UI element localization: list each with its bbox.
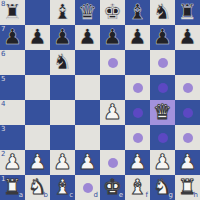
square-c7[interactable]: ♟	[50, 25, 75, 50]
square-f6[interactable]	[125, 50, 150, 75]
move-hint-dot-e6[interactable]	[108, 58, 118, 68]
black-pawn[interactable]: ♟	[100, 25, 125, 50]
square-h1[interactable]: h♜	[175, 175, 200, 200]
black-pawn[interactable]: ♟	[150, 25, 175, 50]
square-b7[interactable]: ♟	[25, 25, 50, 50]
rank-label-6: 6	[1, 51, 5, 58]
square-a5[interactable]: 5	[0, 75, 25, 100]
square-b3[interactable]	[25, 125, 50, 150]
file-label-h: h	[194, 192, 198, 199]
square-f4[interactable]	[125, 100, 150, 125]
move-hint-dot-g6[interactable]	[158, 58, 168, 68]
square-b8[interactable]	[25, 0, 50, 25]
file-label-c: c	[69, 192, 73, 199]
white-pawn[interactable]: ♟	[75, 150, 100, 175]
square-f3[interactable]	[125, 125, 150, 150]
white-queen[interactable]: ♛	[150, 100, 175, 125]
square-g1[interactable]: g♞	[150, 175, 175, 200]
black-pawn[interactable]: ♟	[125, 25, 150, 50]
square-a1[interactable]: 1a♜	[0, 175, 25, 200]
square-c1[interactable]: c♝	[50, 175, 75, 200]
chess-board: 8♜♝♛♚♝♞♜7♟♟♟♟♟♟♟♟6♞54♟♛32♟♟♟♟♟♟♟1a♜b♞c♝d…	[0, 0, 200, 200]
file-label-b: b	[44, 192, 48, 199]
square-e3[interactable]	[100, 125, 125, 150]
square-h5[interactable]	[175, 75, 200, 100]
black-pawn[interactable]: ♟	[50, 25, 75, 50]
square-g6[interactable]	[150, 50, 175, 75]
move-hint-dot-d1[interactable]	[83, 183, 93, 193]
square-d5[interactable]	[75, 75, 100, 100]
square-h2[interactable]: ♟	[175, 150, 200, 175]
file-label-d: d	[94, 192, 98, 199]
rank-label-1: 1	[1, 176, 5, 183]
square-g2[interactable]: ♟	[150, 150, 175, 175]
square-b5[interactable]	[25, 75, 50, 100]
file-label-f: f	[146, 192, 148, 199]
white-pawn[interactable]: ♟	[50, 150, 75, 175]
rank-label-5: 5	[1, 76, 5, 83]
square-e5[interactable]	[100, 75, 125, 100]
rank-label-4: 4	[1, 101, 5, 108]
black-queen[interactable]: ♛	[75, 0, 100, 25]
square-a4[interactable]: 4	[0, 100, 25, 125]
square-d8[interactable]: ♛	[75, 0, 100, 25]
square-e6[interactable]	[100, 50, 125, 75]
square-b4[interactable]	[25, 100, 50, 125]
square-b2[interactable]: ♟	[25, 150, 50, 175]
square-h7[interactable]: ♟	[175, 25, 200, 50]
move-hint-dot-h5[interactable]	[183, 83, 193, 93]
white-pawn[interactable]: ♟	[100, 100, 125, 125]
move-hint-dot-e2[interactable]	[108, 158, 118, 168]
square-e4[interactable]: ♟	[100, 100, 125, 125]
square-c4[interactable]	[50, 100, 75, 125]
square-d2[interactable]: ♟	[75, 150, 100, 175]
square-g8[interactable]: ♞	[150, 0, 175, 25]
square-e2[interactable]	[100, 150, 125, 175]
black-pawn[interactable]: ♟	[25, 25, 50, 50]
square-a3[interactable]: 3	[0, 125, 25, 150]
square-b1[interactable]: b♞	[25, 175, 50, 200]
square-f2[interactable]: ♟	[125, 150, 150, 175]
rank-label-8: 8	[1, 1, 5, 8]
black-pawn[interactable]: ♟	[175, 25, 200, 50]
square-d6[interactable]	[75, 50, 100, 75]
square-e1[interactable]: e♚	[100, 175, 125, 200]
rank-label-2: 2	[1, 151, 5, 158]
square-f8[interactable]: ♝	[125, 0, 150, 25]
square-d1[interactable]: d	[75, 175, 100, 200]
file-label-g: g	[169, 192, 173, 199]
black-pawn[interactable]: ♟	[75, 25, 100, 50]
black-knight[interactable]: ♞	[50, 50, 75, 75]
white-pawn[interactable]: ♟	[175, 150, 200, 175]
square-c6[interactable]: ♞	[50, 50, 75, 75]
move-hint-dot-g3[interactable]	[158, 133, 168, 143]
square-h4[interactable]	[175, 100, 200, 125]
square-g4[interactable]: ♛	[150, 100, 175, 125]
square-g7[interactable]: ♟	[150, 25, 175, 50]
square-a6[interactable]: 6	[0, 50, 25, 75]
move-hint-dot-g5[interactable]	[158, 83, 168, 93]
square-a2[interactable]: 2♟	[0, 150, 25, 175]
square-c5[interactable]	[50, 75, 75, 100]
white-pawn[interactable]: ♟	[150, 150, 175, 175]
move-hint-dot-h3[interactable]	[183, 133, 193, 143]
square-g3[interactable]	[150, 125, 175, 150]
black-bishop[interactable]: ♝	[50, 0, 75, 25]
black-bishop[interactable]: ♝	[125, 0, 150, 25]
file-label-a: a	[19, 192, 23, 199]
square-f7[interactable]: ♟	[125, 25, 150, 50]
black-rook[interactable]: ♜	[175, 0, 200, 25]
move-hint-dot-f3[interactable]	[133, 133, 143, 143]
square-a8[interactable]: 8♜	[0, 0, 25, 25]
square-e8[interactable]: ♚	[100, 0, 125, 25]
square-a7[interactable]: 7♟	[0, 25, 25, 50]
square-f5[interactable]	[125, 75, 150, 100]
square-b6[interactable]	[25, 50, 50, 75]
square-h8[interactable]: ♜	[175, 0, 200, 25]
square-c3[interactable]	[50, 125, 75, 150]
square-d3[interactable]	[75, 125, 100, 150]
square-e7[interactable]: ♟	[100, 25, 125, 50]
rank-label-7: 7	[1, 26, 5, 33]
white-pawn[interactable]: ♟	[25, 150, 50, 175]
black-king[interactable]: ♚	[100, 0, 125, 25]
rank-label-3: 3	[1, 126, 5, 133]
square-d7[interactable]: ♟	[75, 25, 100, 50]
square-f1[interactable]: f♝	[125, 175, 150, 200]
square-d4[interactable]	[75, 100, 100, 125]
square-c2[interactable]: ♟	[50, 150, 75, 175]
black-knight[interactable]: ♞	[150, 0, 175, 25]
move-hint-dot-h4[interactable]	[183, 108, 193, 118]
move-hint-dot-f4[interactable]	[133, 108, 143, 118]
square-h6[interactable]	[175, 50, 200, 75]
square-c8[interactable]: ♝	[50, 0, 75, 25]
white-pawn[interactable]: ♟	[125, 150, 150, 175]
file-label-e: e	[119, 192, 123, 199]
move-hint-dot-f5[interactable]	[133, 83, 143, 93]
square-h3[interactable]	[175, 125, 200, 150]
square-g5[interactable]	[150, 75, 175, 100]
